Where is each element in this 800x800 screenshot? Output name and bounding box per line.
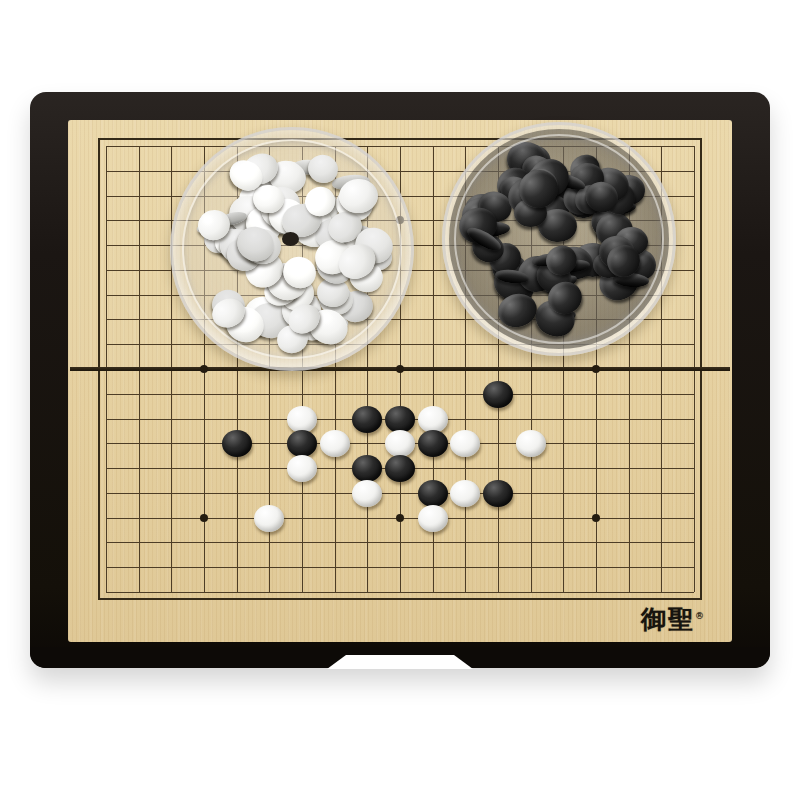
go-set-product-photo: 御聖® [0,0,800,800]
black-stone-pile [449,129,669,349]
black-stone-bowl [442,122,676,356]
board-side-edge [30,647,770,668]
white-stone-pile [177,134,407,364]
registered-trademark-icon: ® [695,611,704,621]
brand-logo: 御聖® [641,603,704,636]
white-stone-bowl [170,127,414,371]
gap-between-stones [282,232,299,246]
brand-logo-text: 御聖 [641,605,695,634]
white-stone [338,178,379,214]
handle-notch [327,655,473,669]
